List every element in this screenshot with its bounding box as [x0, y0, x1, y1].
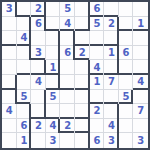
cell-r2c3[interactable]: 6	[31, 17, 46, 32]
cell-r5c5[interactable]	[60, 60, 75, 75]
given-digit: 5	[64, 4, 71, 14]
given-digit: 7	[108, 77, 115, 87]
given-digit: 1	[50, 63, 57, 73]
given-digit: 2	[35, 4, 42, 14]
puzzle-screen: 3256645214362161441745554276242413633	[0, 0, 150, 150]
cell-r5c10[interactable]	[133, 60, 148, 75]
given-digit: 2	[35, 121, 42, 131]
cell-r10c7[interactable]: 6	[90, 133, 105, 148]
cell-r10c8[interactable]: 3	[104, 133, 119, 148]
given-digit: 6	[93, 136, 100, 146]
given-digit: 7	[137, 106, 144, 116]
given-digit: 1	[93, 77, 100, 87]
cell-r6c1[interactable]	[2, 75, 17, 90]
cell-r9c7[interactable]	[90, 119, 105, 134]
cell-r6c7[interactable]: 1	[90, 75, 105, 90]
cell-r8c10[interactable]: 7	[133, 104, 148, 119]
cell-r4c4[interactable]	[46, 46, 61, 61]
given-digit: 3	[108, 136, 115, 146]
cell-r6c10[interactable]: 4	[133, 75, 148, 90]
given-digit: 6	[123, 48, 130, 58]
cell-r7c2[interactable]: 5	[17, 90, 32, 105]
cell-r3c4[interactable]	[46, 31, 61, 46]
given-digit: 4	[6, 106, 13, 116]
cell-r3c8[interactable]	[104, 31, 119, 46]
cell-r6c8[interactable]: 7	[104, 75, 119, 90]
cell-r4c2[interactable]	[17, 46, 32, 61]
cell-r3c7[interactable]	[90, 31, 105, 46]
cell-r7c10[interactable]	[133, 90, 148, 105]
given-digit: 4	[93, 63, 100, 73]
cell-r7c3[interactable]	[31, 90, 46, 105]
cell-r1c7[interactable]: 6	[90, 2, 105, 17]
given-digit: 2	[108, 19, 115, 29]
cell-r6c4[interactable]	[46, 75, 61, 90]
given-digit: 4	[50, 121, 57, 131]
cell-r7c1[interactable]	[2, 90, 17, 105]
cell-r9c9[interactable]	[119, 119, 134, 134]
given-digit: 6	[93, 4, 100, 14]
cell-r6c9[interactable]	[119, 75, 134, 90]
cell-r5c1[interactable]	[2, 60, 17, 75]
given-digit: 2	[79, 48, 86, 58]
given-digit: 5	[20, 92, 27, 102]
cell-r9c1[interactable]	[2, 119, 17, 134]
cell-r4c8[interactable]: 1	[104, 46, 119, 61]
cell-r9c2[interactable]: 6	[17, 119, 32, 134]
cell-r4c9[interactable]: 6	[119, 46, 134, 61]
cell-r7c7[interactable]	[90, 90, 105, 105]
given-digit: 1	[108, 48, 115, 58]
cell-r2c8[interactable]: 2	[104, 17, 119, 32]
cell-r9c10[interactable]	[133, 119, 148, 134]
cell-r2c2[interactable]	[17, 17, 32, 32]
cell-r2c4[interactable]	[46, 17, 61, 32]
cell-r9c4[interactable]: 4	[46, 119, 61, 134]
given-digit: 4	[108, 121, 115, 131]
cell-r6c5[interactable]	[60, 75, 75, 90]
given-digit: 4	[20, 33, 27, 43]
given-digit: 4	[137, 77, 144, 87]
cell-r4c10[interactable]	[133, 46, 148, 61]
cell-r8c7[interactable]: 2	[90, 104, 105, 119]
cell-r9c8[interactable]: 4	[104, 119, 119, 134]
given-digit: 3	[35, 48, 42, 58]
cell-r10c9[interactable]	[119, 133, 134, 148]
cell-r1c8[interactable]	[104, 2, 119, 17]
cell-r3c6[interactable]	[75, 31, 90, 46]
given-digit: 2	[64, 121, 71, 131]
cell-r1c2[interactable]	[17, 2, 32, 17]
given-digit: 3	[137, 136, 144, 146]
given-digit: 5	[123, 92, 130, 102]
cell-r7c4[interactable]: 5	[46, 90, 61, 105]
cell-r4c6[interactable]: 2	[75, 46, 90, 61]
puzzle-board: 3256645214362161441745554276242413633	[0, 0, 150, 150]
cell-r9c6[interactable]	[75, 119, 90, 134]
cell-r3c9[interactable]	[119, 31, 134, 46]
cell-r9c3[interactable]: 2	[31, 119, 46, 134]
cell-r8c5[interactable]	[60, 104, 75, 119]
cell-r10c2[interactable]: 1	[17, 133, 32, 148]
given-digit: 6	[35, 19, 42, 29]
cell-r6c6[interactable]	[75, 75, 90, 90]
cell-r10c1[interactable]	[2, 133, 17, 148]
cell-r4c5[interactable]: 6	[60, 46, 75, 61]
cell-r3c5[interactable]	[60, 31, 75, 46]
cell-r2c5[interactable]: 4	[60, 17, 75, 32]
cell-r1c10[interactable]	[133, 2, 148, 17]
cell-r8c2[interactable]	[17, 104, 32, 119]
cell-r7c9[interactable]: 5	[119, 90, 134, 105]
given-digit: 1	[137, 19, 144, 29]
cell-r1c9[interactable]	[119, 2, 134, 17]
cell-r10c5[interactable]	[60, 133, 75, 148]
cell-r4c7[interactable]	[90, 46, 105, 61]
given-digit: 3	[6, 4, 13, 14]
cell-r1c1[interactable]: 3	[2, 2, 17, 17]
cell-r7c5[interactable]	[60, 90, 75, 105]
cell-r10c6[interactable]	[75, 133, 90, 148]
cell-r5c8[interactable]	[104, 60, 119, 75]
cell-r10c3[interactable]	[31, 133, 46, 148]
cell-r1c4[interactable]	[46, 2, 61, 17]
cell-r2c7[interactable]: 5	[90, 17, 105, 32]
cell-r4c1[interactable]	[2, 46, 17, 61]
cell-r7c8[interactable]	[104, 90, 119, 105]
given-digit: 5	[93, 19, 100, 29]
cell-r8c8[interactable]	[104, 104, 119, 119]
cell-r10c10[interactable]: 3	[133, 133, 148, 148]
cell-r1c5[interactable]: 5	[60, 2, 75, 17]
cell-r8c4[interactable]	[46, 104, 61, 119]
given-digit: 1	[20, 136, 27, 146]
given-digit: 2	[93, 106, 100, 116]
given-digit: 6	[20, 121, 27, 131]
cell-r6c2[interactable]	[17, 75, 32, 90]
cell-r5c2[interactable]	[17, 60, 32, 75]
cell-r5c7[interactable]: 4	[90, 60, 105, 75]
cell-r1c6[interactable]	[75, 2, 90, 17]
given-digit: 4	[35, 77, 42, 87]
given-digit: 4	[64, 19, 71, 29]
cell-r4c3[interactable]: 3	[31, 46, 46, 61]
cell-r2c10[interactable]: 1	[133, 17, 148, 32]
given-digit: 5	[50, 92, 57, 102]
cell-r2c9[interactable]	[119, 17, 134, 32]
cell-r2c1[interactable]	[2, 17, 17, 32]
cell-r8c3[interactable]	[31, 104, 46, 119]
cell-r3c10[interactable]	[133, 31, 148, 46]
cell-r10c4[interactable]: 3	[46, 133, 61, 148]
cell-r2c6[interactable]	[75, 17, 90, 32]
cell-r3c2[interactable]: 4	[17, 31, 32, 46]
cell-r5c3[interactable]	[31, 60, 46, 75]
given-digit: 3	[50, 136, 57, 146]
cell-r6c3[interactable]: 4	[31, 75, 46, 90]
cell-r8c1[interactable]: 4	[2, 104, 17, 119]
cell-r9c5[interactable]: 2	[60, 119, 75, 134]
cell-r3c3[interactable]	[31, 31, 46, 46]
cell-r5c9[interactable]	[119, 60, 134, 75]
cell-r5c4[interactable]: 1	[46, 60, 61, 75]
cell-r5c6[interactable]	[75, 60, 90, 75]
cell-r8c6[interactable]	[75, 104, 90, 119]
cell-r3c1[interactable]	[2, 31, 17, 46]
cell-r8c9[interactable]	[119, 104, 134, 119]
cell-r1c3[interactable]: 2	[31, 2, 46, 17]
cell-r7c6[interactable]	[75, 90, 90, 105]
given-digit: 6	[64, 48, 71, 58]
